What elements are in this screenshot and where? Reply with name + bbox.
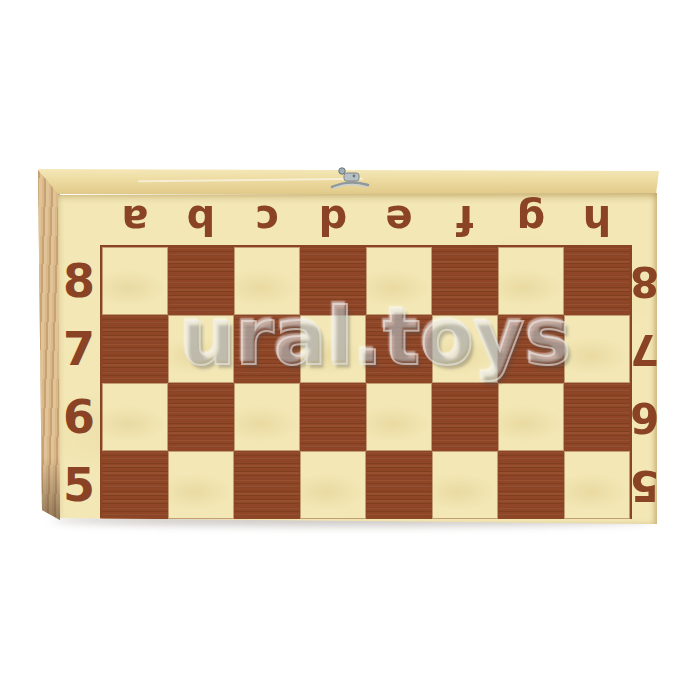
square-d5: [300, 451, 366, 519]
rank-label-right-7: 7: [630, 315, 659, 383]
square-g7: [498, 315, 564, 383]
file-label-e: e: [366, 195, 432, 245]
square-a5: [102, 451, 168, 519]
square-c8: [234, 247, 300, 315]
square-a7: [102, 315, 168, 383]
square-f6: [432, 383, 498, 451]
square-e7: [366, 315, 432, 383]
square-b5: [168, 451, 234, 519]
rank-label-left-7: 7: [58, 315, 100, 383]
rank-label-right-6: 6: [630, 383, 659, 451]
file-label-f: f: [432, 195, 498, 245]
square-d7: [300, 315, 366, 383]
square-g8: [498, 247, 564, 315]
square-h5: [564, 451, 630, 519]
square-b7: [168, 315, 234, 383]
square-c7: [234, 315, 300, 383]
square-b6: [168, 383, 234, 451]
square-b8: [168, 247, 234, 315]
product-photo: abcdefgh 8765 8765 ural.toys: [0, 0, 700, 700]
square-c6: [234, 383, 300, 451]
rank-label-left-5: 5: [58, 451, 100, 519]
chessboard-front: abcdefgh 8765 8765: [58, 193, 657, 524]
square-h8: [564, 247, 630, 315]
square-e6: [366, 383, 432, 451]
file-label-g: g: [498, 195, 564, 245]
square-d8: [300, 247, 366, 315]
file-label-b: b: [168, 195, 234, 245]
square-g5: [498, 451, 564, 519]
rank-label-right-8: 8: [630, 247, 659, 315]
square-h7: [564, 315, 630, 383]
square-f7: [432, 315, 498, 383]
rank-label-left-6: 6: [58, 383, 100, 451]
file-labels: abcdefgh: [102, 195, 630, 245]
rank-labels-left: 8765: [58, 247, 100, 519]
square-e5: [366, 451, 432, 519]
chess-board-grid: [100, 245, 632, 519]
square-f5: [432, 451, 498, 519]
square-e8: [366, 247, 432, 315]
file-label-a: a: [102, 195, 168, 245]
square-a6: [102, 383, 168, 451]
file-label-h: h: [564, 195, 630, 245]
square-a8: [102, 247, 168, 315]
square-h6: [564, 383, 630, 451]
metal-clasp-icon: [324, 164, 376, 194]
file-label-c: c: [234, 195, 300, 245]
square-g6: [498, 383, 564, 451]
rank-label-left-8: 8: [58, 247, 100, 315]
rank-labels-right: 8765: [630, 247, 657, 519]
square-d6: [300, 383, 366, 451]
file-label-d: d: [300, 195, 366, 245]
square-c5: [234, 451, 300, 519]
square-f8: [432, 247, 498, 315]
rank-label-right-5: 5: [630, 451, 659, 519]
box-side-panel: [36, 164, 60, 520]
